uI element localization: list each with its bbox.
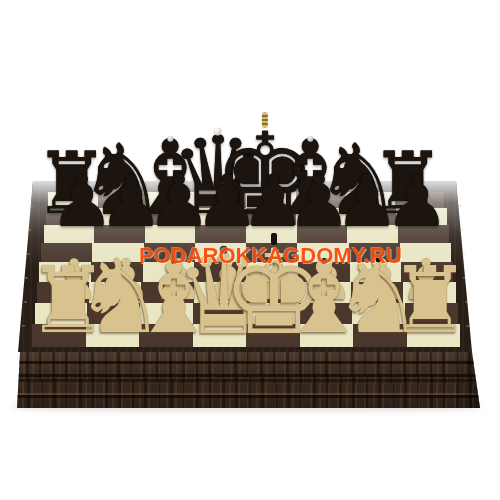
frame-coordinate-mark [22,325,25,327]
black-pawn-h7: ♟ [385,165,450,237]
box-side-face [454,352,480,408]
frame-coordinate-mark [459,205,462,207]
box-groove [14,379,480,382]
white-dot-icon [307,136,313,142]
frame-coordinate-mark [460,229,463,231]
box-groove [14,395,480,398]
box-groove [14,361,480,364]
wooden-box [14,352,480,408]
chess-set-photo: ♜♞♝♛♚♝♞♜♟♟♟♟♟♟♟♟♟♟♟♟♟♟♟♟♜♞♝♛♚♝♞♜ PODAROK… [0,0,500,500]
box-groove [14,374,480,377]
watermark-text: PODAROKKAGDOMY.RU [139,243,402,269]
